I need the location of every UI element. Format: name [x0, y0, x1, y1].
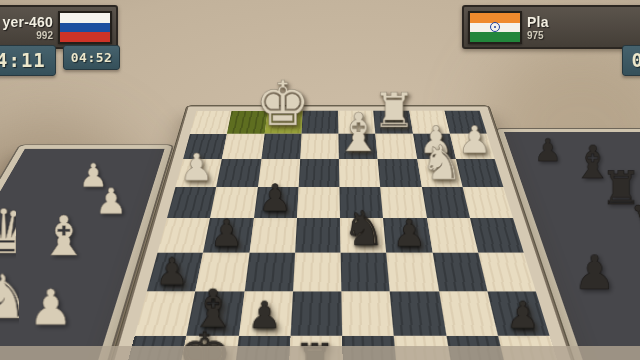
player-name-left: yer-460 [3, 14, 53, 30]
square-e6[interactable] [293, 253, 342, 292]
square-f4[interactable]: ♟ [254, 187, 299, 218]
square-d5[interactable]: ♞ [340, 218, 386, 253]
square-f7[interactable]: ♟ [238, 292, 292, 336]
clock-main-right: 0 [622, 45, 640, 76]
clock-secondary-left: 04:52 [63, 45, 121, 70]
square-f5[interactable] [249, 218, 297, 253]
square-d6[interactable] [341, 253, 390, 292]
square-c7[interactable] [390, 292, 446, 336]
clock-main-left: 4:11 [0, 45, 56, 76]
square-e2[interactable] [300, 134, 339, 159]
russia-flag-icon [58, 11, 112, 44]
black-pawn[interactable]: ♟ [210, 216, 244, 252]
square-a6[interactable] [478, 253, 536, 292]
captured-black-pawn: ♟ [534, 136, 562, 166]
white-bishop[interactable]: ♝ [335, 108, 383, 158]
captured-white-bishop: ♝ [40, 210, 89, 262]
india-flag-icon [468, 11, 522, 44]
square-f1[interactable]: ♚ [264, 111, 302, 134]
square-b4[interactable] [421, 187, 469, 218]
square-d2[interactable]: ♝ [338, 134, 377, 159]
square-d3[interactable] [339, 159, 381, 187]
white-pawn[interactable]: ♟ [179, 150, 213, 186]
player-panel-left: yer-460 992 [0, 5, 118, 49]
black-pawn[interactable]: ♟ [155, 254, 189, 290]
black-pawn[interactable]: ♟ [506, 298, 540, 334]
square-d7[interactable] [341, 292, 394, 336]
square-e5[interactable] [295, 218, 341, 253]
square-a4[interactable] [462, 187, 513, 218]
square-e4[interactable] [297, 187, 340, 218]
square-h1[interactable] [190, 111, 232, 134]
table-front-edge [0, 346, 640, 360]
captured-white-pawn: ♟ [29, 285, 73, 332]
square-h3[interactable]: ♟ [175, 159, 222, 187]
captured-white-knight: ♞ [0, 269, 31, 327]
white-pawn[interactable]: ♟ [458, 122, 492, 158]
square-c3[interactable] [378, 159, 422, 187]
square-f2[interactable] [261, 134, 301, 159]
square-a7[interactable]: ♟ [487, 292, 549, 336]
square-g2[interactable] [222, 134, 264, 159]
square-g3[interactable] [216, 159, 261, 187]
captured-black-queen: ♛ [628, 192, 640, 252]
square-g5[interactable]: ♟ [203, 218, 253, 253]
square-e7[interactable] [290, 292, 342, 336]
captured-black-pawn: ♟ [573, 251, 616, 296]
player-name-right: Pla [527, 14, 549, 30]
black-pawn[interactable]: ♟ [258, 181, 292, 217]
clocks-left: 4:11 04:52 [0, 45, 120, 76]
captured-white-queen: ♛ [0, 203, 31, 261]
player-rating-right: 975 [527, 30, 549, 41]
black-knight[interactable]: ♞ [342, 206, 385, 251]
player-panel-right: Pla 975 [462, 5, 640, 49]
white-knight[interactable]: ♞ [420, 140, 463, 185]
player-rating-left: 992 [36, 30, 53, 41]
white-king[interactable]: ♚ [255, 74, 310, 133]
square-f6[interactable] [244, 253, 295, 292]
square-a5[interactable] [470, 218, 524, 253]
captured-white-pawn: ♟ [95, 185, 127, 219]
ashoka-chakra-icon [490, 22, 500, 32]
black-pawn[interactable]: ♟ [392, 216, 426, 252]
square-c6[interactable] [386, 253, 438, 292]
black-pawn[interactable]: ♟ [248, 298, 282, 334]
square-e3[interactable] [298, 159, 339, 187]
square-c5[interactable]: ♟ [383, 218, 432, 253]
clocks-right: 0 [622, 45, 640, 76]
app-window: ♟♟♛♝♜♞♟♟ ♟♝♜♛♞♟ ♚♜♝♟♟♟♞♟♟♞♟♟♝♟♟♚♜ yer-46… [0, 0, 640, 360]
square-b3[interactable]: ♞ [417, 159, 463, 187]
square-h5[interactable] [158, 218, 211, 253]
